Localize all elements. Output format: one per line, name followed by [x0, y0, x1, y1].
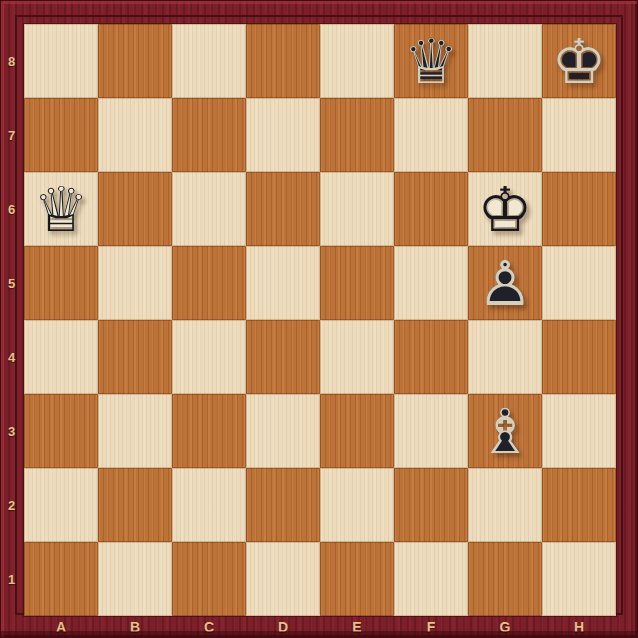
square-g5[interactable]: ♟♙ — [468, 246, 542, 320]
square-g4[interactable] — [468, 320, 542, 394]
board-grid: ♛♕♚♔♛♕♚♔♟♙♝♗ — [24, 24, 616, 616]
square-b1[interactable] — [98, 542, 172, 616]
square-d8[interactable] — [246, 24, 320, 98]
square-d6[interactable] — [246, 172, 320, 246]
piece-black-queen-f8[interactable]: ♛♕ — [394, 24, 468, 98]
square-c8[interactable] — [172, 24, 246, 98]
square-c7[interactable] — [172, 98, 246, 172]
rank-label-1: 1 — [1, 542, 22, 616]
square-h1[interactable] — [542, 542, 616, 616]
square-a3[interactable] — [24, 394, 98, 468]
rank-label-5: 5 — [1, 246, 22, 320]
black-bishop-outline-glyph: ♗ — [468, 394, 542, 468]
square-g3[interactable]: ♝♗ — [468, 394, 542, 468]
rank-label-7: 7 — [1, 98, 22, 172]
file-label-d: D — [246, 616, 320, 637]
file-label-e: E — [320, 616, 394, 637]
square-d1[interactable] — [246, 542, 320, 616]
square-a1[interactable] — [24, 542, 98, 616]
square-b4[interactable] — [98, 320, 172, 394]
piece-black-pawn-g5[interactable]: ♟♙ — [468, 246, 542, 320]
square-e2[interactable] — [320, 468, 394, 542]
piece-white-queen-a6[interactable]: ♛♕ — [24, 172, 98, 246]
square-g7[interactable] — [468, 98, 542, 172]
square-g1[interactable] — [468, 542, 542, 616]
black-queen-outline-glyph: ♕ — [394, 24, 468, 98]
square-h4[interactable] — [542, 320, 616, 394]
piece-black-bishop-g3[interactable]: ♝♗ — [468, 394, 542, 468]
piece-white-king-g6[interactable]: ♚♔ — [468, 172, 542, 246]
square-c4[interactable] — [172, 320, 246, 394]
square-g6[interactable]: ♚♔ — [468, 172, 542, 246]
square-c2[interactable] — [172, 468, 246, 542]
square-d7[interactable] — [246, 98, 320, 172]
square-h6[interactable] — [542, 172, 616, 246]
square-e3[interactable] — [320, 394, 394, 468]
file-label-c: C — [172, 616, 246, 637]
file-label-g: G — [468, 616, 542, 637]
square-d4[interactable] — [246, 320, 320, 394]
square-a7[interactable] — [24, 98, 98, 172]
rank-label-3: 3 — [1, 394, 22, 468]
square-e5[interactable] — [320, 246, 394, 320]
square-g2[interactable] — [468, 468, 542, 542]
file-label-f: F — [394, 616, 468, 637]
square-h7[interactable] — [542, 98, 616, 172]
square-d3[interactable] — [246, 394, 320, 468]
white-king-outline-glyph: ♔ — [468, 172, 542, 246]
square-b6[interactable] — [98, 172, 172, 246]
square-c1[interactable] — [172, 542, 246, 616]
file-label-h: H — [542, 616, 616, 637]
square-e8[interactable] — [320, 24, 394, 98]
piece-black-king-h8[interactable]: ♚♔ — [542, 24, 616, 98]
file-label-a: A — [24, 616, 98, 637]
file-label-b: B — [98, 616, 172, 637]
square-b8[interactable] — [98, 24, 172, 98]
square-e7[interactable] — [320, 98, 394, 172]
black-pawn-outline-glyph: ♙ — [468, 246, 542, 320]
square-f1[interactable] — [394, 542, 468, 616]
square-b2[interactable] — [98, 468, 172, 542]
square-e6[interactable] — [320, 172, 394, 246]
square-f6[interactable] — [394, 172, 468, 246]
rank-label-2: 2 — [1, 468, 22, 542]
square-d5[interactable] — [246, 246, 320, 320]
square-a4[interactable] — [24, 320, 98, 394]
square-g8[interactable] — [468, 24, 542, 98]
square-d2[interactable] — [246, 468, 320, 542]
square-c5[interactable] — [172, 246, 246, 320]
rank-label-8: 8 — [1, 24, 22, 98]
square-f8[interactable]: ♛♕ — [394, 24, 468, 98]
square-a6[interactable]: ♛♕ — [24, 172, 98, 246]
square-h8[interactable]: ♚♔ — [542, 24, 616, 98]
square-c3[interactable] — [172, 394, 246, 468]
square-h2[interactable] — [542, 468, 616, 542]
black-king-outline-glyph: ♔ — [542, 24, 616, 98]
chess-board-frame: ♛♕♚♔♛♕♚♔♟♙♝♗ 87654321 ABCDEFGH — [0, 0, 638, 638]
square-b3[interactable] — [98, 394, 172, 468]
square-f3[interactable] — [394, 394, 468, 468]
square-a2[interactable] — [24, 468, 98, 542]
rank-label-6: 6 — [1, 172, 22, 246]
square-e1[interactable] — [320, 542, 394, 616]
rank-label-4: 4 — [1, 320, 22, 394]
square-a8[interactable] — [24, 24, 98, 98]
square-c6[interactable] — [172, 172, 246, 246]
square-f4[interactable] — [394, 320, 468, 394]
square-a5[interactable] — [24, 246, 98, 320]
square-e4[interactable] — [320, 320, 394, 394]
square-f2[interactable] — [394, 468, 468, 542]
square-h5[interactable] — [542, 246, 616, 320]
square-h3[interactable] — [542, 394, 616, 468]
square-b7[interactable] — [98, 98, 172, 172]
square-f7[interactable] — [394, 98, 468, 172]
square-f5[interactable] — [394, 246, 468, 320]
white-queen-outline-glyph: ♕ — [24, 172, 98, 246]
square-b5[interactable] — [98, 246, 172, 320]
